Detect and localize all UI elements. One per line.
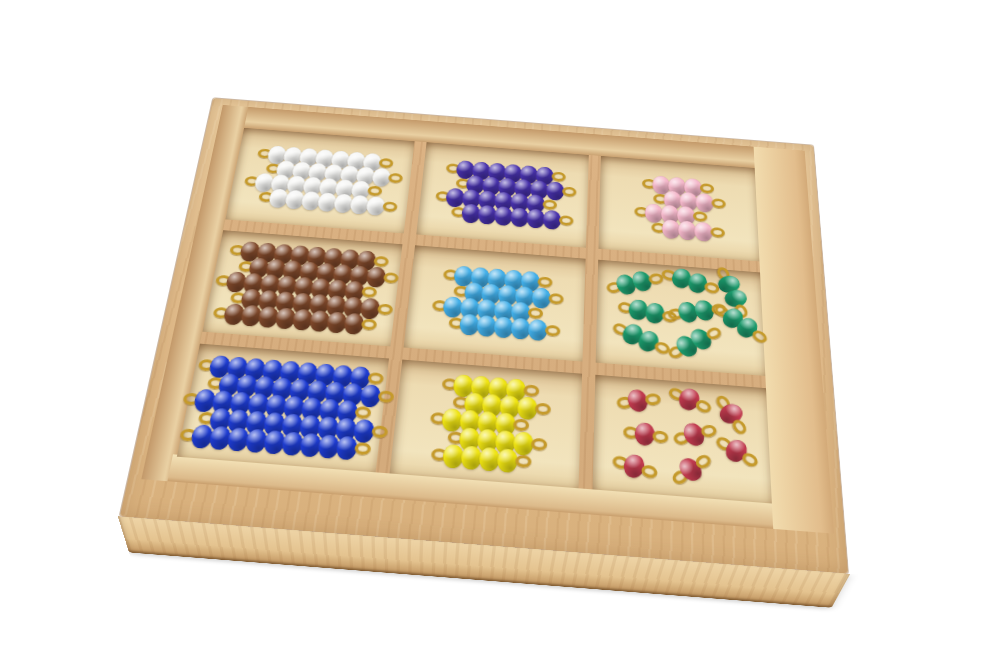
bead-box <box>120 98 848 574</box>
gold-wire-loop <box>699 423 718 438</box>
bead-brown <box>309 309 331 331</box>
bead-red <box>626 388 650 412</box>
bead-bar-yellow-4 <box>454 391 549 421</box>
gold-wire-loop <box>528 307 544 319</box>
bead-dark-blue <box>278 360 301 383</box>
gold-wire-loop <box>693 451 713 470</box>
bead-dark-blue <box>299 432 323 457</box>
gold-wire-loop <box>559 215 574 226</box>
bead-dark-blue <box>352 418 375 442</box>
bead-dark-blue <box>208 355 232 378</box>
gold-wire-loop <box>644 392 662 405</box>
bead-green <box>635 328 661 355</box>
bead-yellow <box>505 378 526 402</box>
gold-wire-loop <box>377 303 393 315</box>
bead-bar-red-1 <box>617 387 661 414</box>
bead-dark-blue <box>243 357 266 380</box>
gold-wire-loop <box>538 276 553 288</box>
gold-wire-loop <box>371 425 388 438</box>
gold-wire-loop <box>213 307 230 319</box>
bead-dark-blue <box>341 382 364 406</box>
right-wall-inner-face <box>754 147 834 534</box>
bead-stack-red <box>592 375 772 504</box>
gold-wire-loop <box>668 385 687 402</box>
bead-yellow <box>470 375 491 398</box>
bead-yellow <box>459 409 481 433</box>
gold-wire-loop <box>652 430 669 444</box>
gold-wire-loop <box>378 158 393 168</box>
bead-dark-blue <box>298 414 321 438</box>
bead-bar-dark-blue-9 <box>183 387 370 424</box>
front-wall-inner-face <box>167 454 773 529</box>
gold-wire-loop <box>198 359 216 372</box>
bead-stack-pink <box>598 156 759 262</box>
bead-yellow <box>463 392 484 416</box>
gold-wire-loop <box>551 171 565 181</box>
bead-bar-light-blue-5 <box>450 312 559 341</box>
gold-wire-loop <box>715 393 734 411</box>
bead-dark-blue <box>208 425 233 450</box>
bead-red <box>621 452 647 480</box>
bead-green <box>672 333 701 360</box>
bead-dark-blue <box>335 435 358 460</box>
bead-bar-red-1 <box>668 382 714 419</box>
gold-wire-loop <box>447 431 464 444</box>
bead-light-blue <box>459 313 480 335</box>
bead-dark-blue <box>262 429 286 454</box>
bead-bar-yellow-4 <box>432 443 529 474</box>
bead-dark-blue <box>331 364 354 387</box>
bead-dark-blue <box>288 378 311 402</box>
gold-wire-loop <box>740 450 760 469</box>
compartment-brown-8-bars <box>202 230 402 346</box>
bead-bar-yellow-4 <box>443 373 537 402</box>
bead-brown <box>274 291 296 313</box>
left-wall-inner-face <box>141 105 248 482</box>
bead-light-blue <box>528 318 548 340</box>
gold-wire-loop <box>640 463 659 480</box>
bead-dark-blue <box>208 407 232 431</box>
bead-dark-blue <box>253 375 277 399</box>
bead-brown <box>309 293 331 315</box>
bead-dark-blue <box>282 395 305 419</box>
gold-wire-loop <box>377 390 394 403</box>
bead-bar-yellow-4 <box>431 407 527 437</box>
bead-dark-blue <box>324 381 347 405</box>
bead-dark-blue <box>226 356 250 379</box>
bead-brown <box>240 288 263 310</box>
gold-wire-loop <box>382 201 398 212</box>
gold-wire-loop <box>611 321 629 337</box>
bead-stack-purple <box>416 142 589 248</box>
bead-yellow <box>478 446 500 471</box>
gold-wire-loop <box>430 412 447 425</box>
compartment-darkblue-9-bars <box>177 344 389 473</box>
bead-bar-brown-8 <box>214 302 376 335</box>
bead-dark-blue <box>270 377 293 401</box>
bead-brown <box>257 305 280 327</box>
gold-wire-loop <box>354 442 371 455</box>
bead-bar-green-2 <box>605 267 664 297</box>
bead-brown <box>291 292 313 314</box>
compartment-red-1-beads <box>592 375 772 504</box>
bead-dark-blue <box>281 431 305 456</box>
compartment-yellow-4-bars <box>389 360 582 489</box>
gold-wire-loop <box>515 455 532 468</box>
gold-wire-loop <box>513 418 529 431</box>
bead-dark-blue <box>280 413 304 437</box>
gold-wire-loop <box>207 377 225 390</box>
gold-wire-loop <box>711 198 725 209</box>
bead-bar-dark-blue-9 <box>199 406 387 443</box>
bead-dark-blue <box>316 416 339 440</box>
gold-wire-loop <box>431 448 448 461</box>
gold-wire-loop <box>562 186 576 197</box>
bead-red <box>680 421 707 448</box>
gold-wire-loop <box>374 256 390 267</box>
bead-yellow <box>517 396 538 420</box>
bead-brown <box>240 304 263 326</box>
gold-wire-loop <box>383 272 399 284</box>
bead-brown <box>275 307 298 329</box>
gold-wire-loop <box>714 434 734 452</box>
bead-dark-blue <box>226 427 250 452</box>
gold-wire-loop <box>354 406 371 419</box>
bead-yellow <box>458 427 480 452</box>
gold-wire-loop <box>367 372 384 385</box>
gold-wire-loop <box>441 378 457 391</box>
bead-stack-white <box>225 128 414 234</box>
gold-wire-loop <box>545 325 561 337</box>
gold-wire-loop <box>671 430 690 445</box>
bead-yellow <box>481 393 502 417</box>
gold-wire-loop <box>182 392 200 405</box>
gold-wire-loop <box>700 183 714 194</box>
bead-bar-red-1 <box>668 448 716 489</box>
bead-yellow <box>512 431 533 456</box>
bead-dark-blue <box>314 363 337 386</box>
bead-brown <box>326 295 348 317</box>
gold-wire-loop <box>549 293 564 305</box>
bead-dark-blue <box>336 399 359 423</box>
bead-dark-blue <box>318 398 341 422</box>
bead-brown <box>326 311 348 333</box>
bead-bar-dark-blue-9 <box>180 423 370 461</box>
bead-yellow <box>488 376 509 400</box>
bead-dark-blue <box>228 391 252 415</box>
bead-dark-blue <box>262 411 286 435</box>
gold-wire-loop <box>542 199 557 210</box>
compartment-white-7-bars <box>225 128 414 234</box>
bead-dark-blue <box>359 384 382 408</box>
bead-yellow <box>441 407 463 431</box>
compartment-pink-3-bars <box>598 156 759 262</box>
photo-scene <box>0 0 1000 667</box>
bead-green <box>687 326 716 353</box>
bead-dark-blue <box>193 388 217 412</box>
bead-dark-blue <box>349 366 371 389</box>
compartment-grid <box>177 128 772 504</box>
bead-dark-blue <box>217 372 241 396</box>
bead-red <box>716 400 747 427</box>
bead-yellow <box>442 443 464 468</box>
bead-bar-red-1 <box>711 392 753 436</box>
bead-brown <box>292 308 314 330</box>
gold-wire-loop <box>198 412 216 425</box>
bead-red <box>634 422 656 447</box>
bead-yellow <box>496 448 518 473</box>
gold-wire-loop <box>531 438 547 451</box>
bead-yellow <box>476 428 498 453</box>
bead-red <box>676 385 703 413</box>
bead-bar-red-1 <box>671 418 718 450</box>
tray-top <box>120 98 848 574</box>
bead-bar-red-1 <box>624 420 666 448</box>
gold-wire-loop <box>666 344 685 360</box>
bead-yellow <box>452 374 473 397</box>
bead-stack-light-blue <box>403 245 585 361</box>
gold-wire-loop <box>693 211 707 222</box>
gold-wire-loop <box>179 428 197 441</box>
gold-wire-loop <box>710 227 725 238</box>
bead-dark-blue <box>306 379 329 403</box>
gold-wire-loop <box>449 317 465 329</box>
bead-dark-blue <box>235 374 259 398</box>
bead-bar-dark-blue-9 <box>208 372 393 408</box>
bead-green <box>619 321 645 347</box>
bead-dark-blue <box>226 408 250 432</box>
bead-brown <box>223 303 246 325</box>
bead-red <box>722 436 751 466</box>
bead-stack-green <box>595 260 765 376</box>
bead-stack-yellow <box>389 360 582 489</box>
bead-dark-blue <box>244 428 268 453</box>
bead-bar-red-1 <box>713 431 761 472</box>
bead-dark-blue <box>317 434 340 459</box>
bead-dark-blue <box>261 359 284 382</box>
bead-yellow <box>460 445 482 470</box>
bead-bar-red-1 <box>612 449 658 484</box>
bead-stack-brown <box>202 230 402 346</box>
gold-wire-loop <box>367 185 382 196</box>
bead-stack-dark-blue <box>177 344 389 473</box>
bead-brown <box>343 312 365 334</box>
gold-wire-loop <box>623 425 640 439</box>
gold-wire-loop <box>230 292 247 304</box>
gold-wire-loop <box>388 173 403 184</box>
gold-wire-loop <box>695 397 714 414</box>
gold-wire-loop <box>611 454 630 470</box>
gold-wire-loop <box>362 286 378 298</box>
gold-wire-loop <box>616 395 634 408</box>
bead-light-blue <box>494 316 514 338</box>
bead-dark-blue <box>190 424 215 449</box>
gold-wire-loop <box>523 384 539 397</box>
bead-brown <box>360 297 382 319</box>
bead-brown <box>343 296 365 318</box>
compartment-green-2-bars <box>595 260 765 376</box>
compartment-lightblue-5-bars <box>403 245 585 361</box>
bead-brown <box>257 289 280 311</box>
gold-wire-loop <box>653 340 672 356</box>
bead-dark-blue <box>211 389 235 413</box>
gold-wire-loop <box>670 467 690 486</box>
bead-dark-blue <box>244 410 268 434</box>
bead-yellow <box>495 412 516 436</box>
compartment-purple-6-bars <box>416 142 589 248</box>
bead-yellow <box>494 429 516 454</box>
bead-dark-blue <box>246 392 270 416</box>
bead-dark-blue <box>296 361 319 384</box>
bead-bar-green-2 <box>665 322 725 364</box>
gold-wire-loop <box>361 318 378 330</box>
bead-bar-green-2 <box>661 264 719 299</box>
gold-wire-loop <box>535 403 551 416</box>
bead-bar-pink-3 <box>653 218 723 242</box>
bead-dark-blue <box>300 396 323 420</box>
gold-wire-loop <box>704 325 723 341</box>
bead-yellow <box>499 394 520 418</box>
bead-bar-dark-blue-9 <box>199 354 383 390</box>
bead-yellow <box>477 410 499 434</box>
bead-dark-blue <box>334 417 357 441</box>
bead-light-blue <box>476 314 497 336</box>
gold-wire-loop <box>731 417 750 436</box>
bead-light-blue <box>511 317 531 339</box>
bead-bar-yellow-4 <box>449 426 546 456</box>
bead-red <box>675 454 706 484</box>
bead-dark-blue <box>264 394 288 418</box>
gold-wire-loop <box>452 396 469 409</box>
